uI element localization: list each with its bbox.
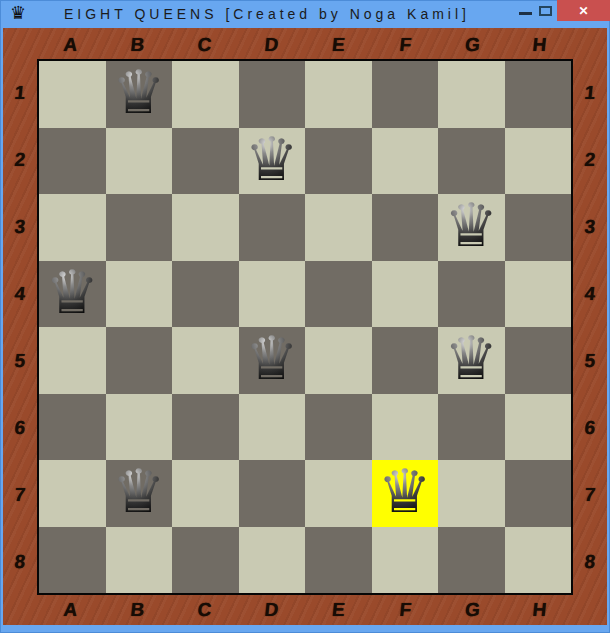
square-g3[interactable]: ♛ [438,194,505,261]
square-f4[interactable] [372,261,439,328]
square-e3[interactable] [305,194,372,261]
square-g8[interactable] [438,527,505,594]
square-d5[interactable]: ♛ [239,327,306,394]
file-label-bottom-c: C [169,595,239,625]
queen-b1[interactable]: ♛ [112,62,166,122]
square-h4[interactable] [505,261,572,328]
close-icon: ✕ [578,4,588,18]
queen-g3[interactable]: ♛ [444,195,498,255]
rank-label-right-5: 5 [569,327,610,394]
rank-label-left-2: 2 [0,126,41,193]
rank-label-left-6: 6 [0,394,41,461]
square-f2[interactable] [372,128,439,195]
file-label-bottom-e: E [303,595,373,625]
queen-b7[interactable]: ♛ [112,461,166,521]
square-c4[interactable] [172,261,239,328]
square-g2[interactable] [438,128,505,195]
queen-d5[interactable]: ♛ [245,328,299,388]
square-h8[interactable] [505,527,572,594]
close-button[interactable]: ✕ [557,0,610,21]
square-d4[interactable] [239,261,306,328]
square-g7[interactable] [438,460,505,527]
file-label-bottom-d: D [236,595,306,625]
square-g5[interactable]: ♛ [438,327,505,394]
square-f5[interactable] [372,327,439,394]
square-d6[interactable] [239,394,306,461]
file-label-top-g: G [437,28,507,61]
file-labels-bottom: ABCDEFGH [37,595,573,625]
minimize-icon [519,12,532,15]
square-d8[interactable] [239,527,306,594]
square-a7[interactable] [39,460,106,527]
file-label-top-e: E [303,28,373,61]
window-title: EIGHT QUEENS [Created by Noga Kamil] [64,6,470,22]
square-e2[interactable] [305,128,372,195]
rank-label-right-6: 6 [569,394,610,461]
square-c8[interactable] [172,527,239,594]
square-b2[interactable] [106,128,173,195]
square-e6[interactable] [305,394,372,461]
titlebar: ♛ EIGHT QUEENS [Created by Noga Kamil] ✕ [0,0,610,28]
file-label-top-h: H [504,28,574,61]
maximize-icon [539,6,552,16]
square-g6[interactable] [438,394,505,461]
app-window: ♛ EIGHT QUEENS [Created by Noga Kamil] ✕… [0,0,610,633]
square-a6[interactable] [39,394,106,461]
square-a3[interactable] [39,194,106,261]
rank-label-right-3: 3 [569,193,610,260]
square-g1[interactable] [438,61,505,128]
file-label-bottom-b: B [102,595,172,625]
rank-label-right-8: 8 [569,528,610,595]
square-b8[interactable] [106,527,173,594]
board-frame: ABCDEFGH ABCDEFGH 12345678 12345678 ♛♛♛♛… [3,28,607,625]
square-f8[interactable] [372,527,439,594]
app-queen-icon: ♛ [10,4,26,22]
queen-d2[interactable]: ♛ [245,129,299,189]
file-label-top-f: F [370,28,440,61]
queen-a4[interactable]: ♛ [45,262,99,322]
square-h2[interactable] [505,128,572,195]
square-b6[interactable] [106,394,173,461]
rank-label-right-1: 1 [569,59,610,126]
file-label-top-c: C [169,28,239,61]
file-label-top-b: B [102,28,172,61]
square-h5[interactable] [505,327,572,394]
file-labels-top: ABCDEFGH [37,28,573,61]
maximize-button[interactable] [536,0,554,21]
square-e7[interactable] [305,460,372,527]
square-d7[interactable] [239,460,306,527]
square-b1[interactable]: ♛ [106,61,173,128]
rank-label-left-4: 4 [0,260,41,327]
square-h1[interactable] [505,61,572,128]
rank-label-left-7: 7 [0,461,41,528]
minimize-button[interactable] [516,0,534,21]
rank-label-right-2: 2 [569,126,610,193]
square-b7[interactable]: ♛ [106,460,173,527]
square-a2[interactable] [39,128,106,195]
rank-label-left-8: 8 [0,528,41,595]
square-h7[interactable] [505,460,572,527]
square-b5[interactable] [106,327,173,394]
square-b3[interactable] [106,194,173,261]
square-d1[interactable] [239,61,306,128]
square-h3[interactable] [505,194,572,261]
square-e1[interactable] [305,61,372,128]
rank-label-left-1: 1 [0,59,41,126]
square-c3[interactable] [172,194,239,261]
square-f1[interactable] [372,61,439,128]
queen-g5[interactable]: ♛ [444,328,498,388]
square-g4[interactable] [438,261,505,328]
square-a1[interactable] [39,61,106,128]
square-e5[interactable] [305,327,372,394]
square-e4[interactable] [305,261,372,328]
square-c1[interactable] [172,61,239,128]
square-c5[interactable] [172,327,239,394]
square-c6[interactable] [172,394,239,461]
file-label-top-d: D [236,28,306,61]
square-f3[interactable] [372,194,439,261]
square-f7[interactable]: ♛ [372,460,439,527]
square-b4[interactable] [106,261,173,328]
rank-label-left-3: 3 [0,193,41,260]
rank-labels-right: 12345678 [573,59,607,595]
file-label-top-a: A [35,28,105,61]
square-f6[interactable] [372,394,439,461]
rank-label-right-4: 4 [569,260,610,327]
file-label-bottom-g: G [437,595,507,625]
file-label-bottom-a: A [35,595,105,625]
rank-label-left-5: 5 [0,327,41,394]
file-label-bottom-f: F [370,595,440,625]
square-h6[interactable] [505,394,572,461]
chess-board: ♛♛♛♛♛♛♛♛ [37,59,573,595]
square-e8[interactable] [305,527,372,594]
queen-f7[interactable]: ♛ [378,461,432,521]
square-a4[interactable]: ♛ [39,261,106,328]
square-a8[interactable] [39,527,106,594]
rank-labels-left: 12345678 [3,59,37,595]
file-label-bottom-h: H [504,595,574,625]
square-c7[interactable] [172,460,239,527]
square-c2[interactable] [172,128,239,195]
rank-label-right-7: 7 [569,461,610,528]
square-d2[interactable]: ♛ [239,128,306,195]
square-a5[interactable] [39,327,106,394]
square-d3[interactable] [239,194,306,261]
